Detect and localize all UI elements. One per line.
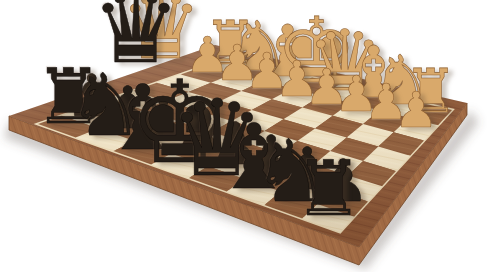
chess-board <box>0 0 500 272</box>
chess-set-photo: ♜♞♝♛♚♝♞♜♟♟♟♟♟♟♟♟♟♟♟♟♟♟♟♟♜♞♝♛♚♝♞♜♛♛ <box>0 0 500 272</box>
